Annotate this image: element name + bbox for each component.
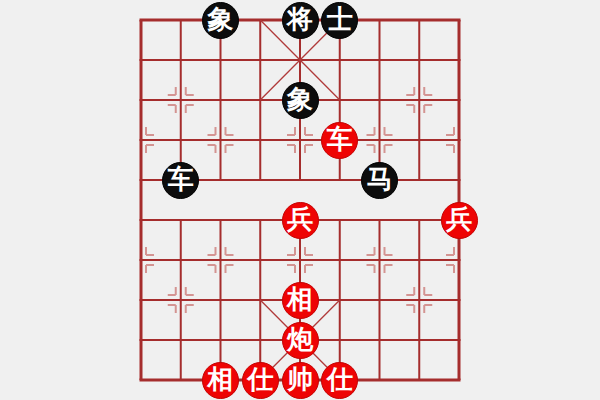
board-cell[interactable] <box>360 120 400 160</box>
board-cell[interactable] <box>320 280 360 320</box>
board-cell[interactable]: 兵 <box>439 200 479 240</box>
black-chariot[interactable]: 车 <box>162 162 199 199</box>
board-cell[interactable] <box>320 80 360 120</box>
board-cell[interactable] <box>399 280 439 320</box>
board-cell[interactable] <box>320 160 360 200</box>
board-cell[interactable]: 将 <box>280 0 320 40</box>
board-cell[interactable]: 炮 <box>280 320 320 360</box>
board-cell[interactable] <box>360 80 400 120</box>
board-cell[interactable] <box>201 280 241 320</box>
board-cell[interactable]: 兵 <box>280 200 320 240</box>
board-cell[interactable] <box>399 160 439 200</box>
board-cell[interactable] <box>161 80 201 120</box>
board-cell[interactable] <box>439 320 479 360</box>
black-horse[interactable]: 马 <box>361 162 398 199</box>
red-cannon[interactable]: 炮 <box>282 322 319 359</box>
board-cell[interactable] <box>240 240 280 280</box>
board-cell[interactable] <box>240 80 280 120</box>
red-soldier[interactable]: 兵 <box>441 202 478 239</box>
black-general[interactable]: 将 <box>282 2 319 39</box>
red-elephant[interactable]: 相 <box>282 282 319 319</box>
board-cell[interactable] <box>439 160 479 200</box>
board-cell[interactable] <box>240 160 280 200</box>
board-cell[interactable] <box>399 320 439 360</box>
board-cell[interactable] <box>399 40 439 80</box>
board-cell[interactable] <box>439 280 479 320</box>
board-cell[interactable] <box>201 240 241 280</box>
board-cell[interactable] <box>240 280 280 320</box>
board-cell[interactable] <box>320 200 360 240</box>
board-cell[interactable] <box>240 200 280 240</box>
board-cell[interactable] <box>399 120 439 160</box>
board-grid: 象将士象车车马兵兵相炮相仕帅仕 <box>121 0 479 400</box>
board-cell[interactable]: 相 <box>201 360 241 400</box>
board-cell[interactable] <box>121 120 161 160</box>
board-cell[interactable] <box>161 240 201 280</box>
board-cell[interactable] <box>121 0 161 40</box>
board-cell[interactable] <box>439 80 479 120</box>
board-cell[interactable] <box>320 40 360 80</box>
board-cell[interactable] <box>439 40 479 80</box>
board-cell[interactable] <box>399 0 439 40</box>
board-cell[interactable] <box>280 40 320 80</box>
board-cell[interactable]: 仕 <box>320 360 360 400</box>
black-elephant[interactable]: 象 <box>202 2 239 39</box>
red-chariot[interactable]: 车 <box>321 122 358 159</box>
board-cell[interactable] <box>360 200 400 240</box>
red-general[interactable]: 帅 <box>282 362 319 399</box>
board-cell[interactable] <box>201 160 241 200</box>
board-cell[interactable]: 相 <box>280 280 320 320</box>
board-cell[interactable] <box>201 320 241 360</box>
board-cell[interactable] <box>240 320 280 360</box>
board-cell[interactable] <box>320 240 360 280</box>
board-cell[interactable] <box>360 280 400 320</box>
board-cell[interactable] <box>360 40 400 80</box>
board-cell[interactable] <box>161 40 201 80</box>
board-cell[interactable] <box>240 40 280 80</box>
board-cell[interactable] <box>161 360 201 400</box>
board-cell[interactable] <box>201 120 241 160</box>
board-cell[interactable] <box>240 120 280 160</box>
board-cell[interactable] <box>399 80 439 120</box>
board-cell[interactable] <box>161 320 201 360</box>
board-cell[interactable] <box>161 0 201 40</box>
red-soldier[interactable]: 兵 <box>282 202 319 239</box>
board-cell[interactable] <box>280 240 320 280</box>
board-cell[interactable] <box>201 40 241 80</box>
board-cell[interactable] <box>240 0 280 40</box>
board-cell[interactable] <box>121 240 161 280</box>
board-cell[interactable] <box>161 120 201 160</box>
board-cell[interactable]: 车 <box>320 120 360 160</box>
board-cell[interactable]: 马 <box>360 160 400 200</box>
board-cell[interactable] <box>399 240 439 280</box>
red-advisor[interactable]: 仕 <box>242 362 279 399</box>
board-cell[interactable] <box>121 320 161 360</box>
board-cell[interactable] <box>399 200 439 240</box>
board-cell[interactable] <box>399 360 439 400</box>
board-cell[interactable]: 士 <box>320 0 360 40</box>
board-cell[interactable] <box>121 80 161 120</box>
board-cell[interactable] <box>320 320 360 360</box>
board-cell[interactable]: 象 <box>280 80 320 120</box>
board-cell[interactable] <box>360 360 400 400</box>
board-cell[interactable] <box>439 120 479 160</box>
board-cell[interactable] <box>439 0 479 40</box>
red-elephant[interactable]: 相 <box>202 362 239 399</box>
board-cell[interactable] <box>439 360 479 400</box>
board-cell[interactable] <box>280 160 320 200</box>
board-cell[interactable] <box>201 80 241 120</box>
board-cell[interactable] <box>121 40 161 80</box>
board-cell[interactable] <box>360 240 400 280</box>
red-advisor[interactable]: 仕 <box>321 362 358 399</box>
black-advisor[interactable]: 士 <box>321 2 358 39</box>
board-cell[interactable] <box>360 320 400 360</box>
board-cell[interactable] <box>121 160 161 200</box>
board-cell[interactable] <box>360 0 400 40</box>
board-cell[interactable] <box>161 200 201 240</box>
xiangqi-board: 象将士象车车马兵兵相炮相仕帅仕 <box>0 0 600 400</box>
board-cell[interactable] <box>280 120 320 160</box>
board-cell[interactable]: 车 <box>161 160 201 200</box>
board-cell[interactable] <box>161 280 201 320</box>
board-cell[interactable] <box>121 360 161 400</box>
board-cell[interactable] <box>121 280 161 320</box>
board-cell[interactable] <box>439 240 479 280</box>
board-cell[interactable] <box>121 200 161 240</box>
board-cell[interactable] <box>201 200 241 240</box>
board-cell[interactable]: 帅 <box>280 360 320 400</box>
board-cell[interactable]: 象 <box>201 0 241 40</box>
board-cell[interactable]: 仕 <box>240 360 280 400</box>
black-elephant[interactable]: 象 <box>282 82 319 119</box>
